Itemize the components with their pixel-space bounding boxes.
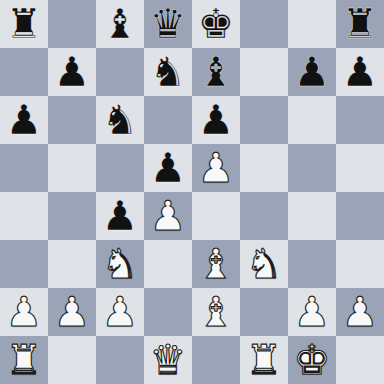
chess-board: ♜♝♛♚♜♟♞♝♟♟♟♞♟♟♟♟♟♞♝♞♟♟♟♝♟♟♜♛♜♚: [0, 0, 384, 384]
square-e7[interactable]: ♝: [192, 48, 240, 96]
piece-black-pawn[interactable]: ♟: [342, 48, 379, 96]
square-f2[interactable]: [240, 288, 288, 336]
square-f5[interactable]: [240, 144, 288, 192]
square-c4[interactable]: ♟: [96, 192, 144, 240]
square-d4[interactable]: ♟: [144, 192, 192, 240]
square-g2[interactable]: ♟: [288, 288, 336, 336]
square-e8[interactable]: ♚: [192, 0, 240, 48]
square-e3[interactable]: ♝: [192, 240, 240, 288]
square-a6[interactable]: ♟: [0, 96, 48, 144]
square-c6[interactable]: ♞: [96, 96, 144, 144]
square-g3[interactable]: [288, 240, 336, 288]
square-g4[interactable]: [288, 192, 336, 240]
piece-white-knight[interactable]: ♞: [246, 240, 283, 288]
piece-white-knight[interactable]: ♞: [102, 240, 139, 288]
square-c1[interactable]: [96, 336, 144, 384]
square-e2[interactable]: ♝: [192, 288, 240, 336]
square-g5[interactable]: [288, 144, 336, 192]
piece-white-king[interactable]: ♚: [294, 336, 331, 384]
square-h8[interactable]: ♜: [336, 0, 384, 48]
square-b1[interactable]: [48, 336, 96, 384]
square-a7[interactable]: [0, 48, 48, 96]
square-b7[interactable]: ♟: [48, 48, 96, 96]
piece-white-pawn[interactable]: ♟: [54, 288, 91, 336]
piece-white-bishop[interactable]: ♝: [198, 240, 235, 288]
square-d2[interactable]: [144, 288, 192, 336]
square-c3[interactable]: ♞: [96, 240, 144, 288]
square-e4[interactable]: [192, 192, 240, 240]
piece-white-pawn[interactable]: ♟: [150, 192, 187, 240]
square-g6[interactable]: [288, 96, 336, 144]
square-c7[interactable]: [96, 48, 144, 96]
square-b2[interactable]: ♟: [48, 288, 96, 336]
piece-black-bishop[interactable]: ♝: [198, 48, 235, 96]
square-a3[interactable]: [0, 240, 48, 288]
piece-white-pawn[interactable]: ♟: [294, 288, 331, 336]
square-e5[interactable]: ♟: [192, 144, 240, 192]
square-f3[interactable]: ♞: [240, 240, 288, 288]
piece-black-pawn[interactable]: ♟: [198, 96, 235, 144]
square-d8[interactable]: ♛: [144, 0, 192, 48]
square-d6[interactable]: [144, 96, 192, 144]
square-c2[interactable]: ♟: [96, 288, 144, 336]
square-h6[interactable]: [336, 96, 384, 144]
square-f4[interactable]: [240, 192, 288, 240]
square-h7[interactable]: ♟: [336, 48, 384, 96]
square-b3[interactable]: [48, 240, 96, 288]
piece-black-bishop[interactable]: ♝: [102, 0, 139, 48]
square-b6[interactable]: [48, 96, 96, 144]
square-c5[interactable]: [96, 144, 144, 192]
piece-black-knight[interactable]: ♞: [102, 96, 139, 144]
square-a4[interactable]: [0, 192, 48, 240]
piece-black-pawn[interactable]: ♟: [54, 48, 91, 96]
square-g1[interactable]: ♚: [288, 336, 336, 384]
square-a2[interactable]: ♟: [0, 288, 48, 336]
square-g8[interactable]: [288, 0, 336, 48]
square-a8[interactable]: ♜: [0, 0, 48, 48]
square-g7[interactable]: ♟: [288, 48, 336, 96]
square-d1[interactable]: ♛: [144, 336, 192, 384]
piece-black-pawn[interactable]: ♟: [6, 96, 43, 144]
piece-black-knight[interactable]: ♞: [150, 48, 187, 96]
square-a5[interactable]: [0, 144, 48, 192]
piece-black-rook[interactable]: ♜: [6, 0, 43, 48]
square-h5[interactable]: [336, 144, 384, 192]
piece-white-bishop[interactable]: ♝: [198, 288, 235, 336]
square-f6[interactable]: [240, 96, 288, 144]
square-h4[interactable]: [336, 192, 384, 240]
square-b4[interactable]: [48, 192, 96, 240]
square-b5[interactable]: [48, 144, 96, 192]
square-d7[interactable]: ♞: [144, 48, 192, 96]
piece-black-pawn[interactable]: ♟: [102, 192, 139, 240]
square-d3[interactable]: [144, 240, 192, 288]
piece-black-queen[interactable]: ♛: [150, 0, 187, 48]
piece-white-rook[interactable]: ♜: [246, 336, 283, 384]
square-d5[interactable]: ♟: [144, 144, 192, 192]
piece-white-pawn[interactable]: ♟: [6, 288, 43, 336]
piece-black-pawn[interactable]: ♟: [294, 48, 331, 96]
piece-black-king[interactable]: ♚: [198, 0, 235, 48]
square-c8[interactable]: ♝: [96, 0, 144, 48]
square-a1[interactable]: ♜: [0, 336, 48, 384]
piece-black-pawn[interactable]: ♟: [150, 144, 187, 192]
square-f7[interactable]: [240, 48, 288, 96]
piece-black-rook[interactable]: ♜: [342, 0, 379, 48]
square-f8[interactable]: [240, 0, 288, 48]
square-e6[interactable]: ♟: [192, 96, 240, 144]
square-h1[interactable]: [336, 336, 384, 384]
square-e1[interactable]: [192, 336, 240, 384]
piece-white-pawn[interactable]: ♟: [342, 288, 379, 336]
square-b8[interactable]: [48, 0, 96, 48]
square-h3[interactable]: [336, 240, 384, 288]
piece-white-pawn[interactable]: ♟: [198, 144, 235, 192]
square-h2[interactable]: ♟: [336, 288, 384, 336]
piece-white-queen[interactable]: ♛: [150, 336, 187, 384]
piece-white-rook[interactable]: ♜: [6, 336, 43, 384]
square-f1[interactable]: ♜: [240, 336, 288, 384]
piece-white-pawn[interactable]: ♟: [102, 288, 139, 336]
